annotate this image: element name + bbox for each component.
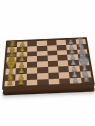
piece-bR-h8: ♜	[82, 76, 91, 85]
square-h6	[59, 78, 70, 85]
chess-board-box: ♜♟♟♜♞♟♟♞♝♟♟♝♛♟♟♛♚♟♟♚♝♟♟♝♞♟♟♞♜♟♟♜	[2, 37, 95, 90]
board-perspective-wrapper: ♜♟♟♜♞♟♟♞♝♟♟♝♛♟♟♛♚♟♟♚♝♟♟♝♞♟♟♞♜♟♟♜	[1, 37, 95, 96]
board-grid: ♜♟♟♜♞♟♟♞♝♟♟♝♛♟♟♛♚♟♟♚♝♟♟♝♞♟♟♞♜♟♟♜	[4, 39, 92, 87]
square-h3	[26, 79, 37, 86]
square-h4	[37, 79, 48, 86]
square-h5	[48, 78, 59, 85]
piece-wP-h2: ♟	[17, 80, 24, 88]
square-h1: ♜	[4, 80, 15, 87]
piece-bP-h7: ♟	[72, 77, 79, 85]
product-photo: ♜♟♟♜♞♟♟♞♝♟♟♝♛♟♟♛♚♟♟♚♝♟♟♝♞♟♟♞♜♟♟♜	[0, 0, 95, 126]
square-h2: ♟	[15, 80, 26, 87]
square-h8: ♜	[81, 77, 93, 84]
square-h7: ♟	[70, 77, 82, 84]
piece-wR-h1: ♜	[6, 79, 14, 88]
board-tilt-wrapper: ♜♟♟♜♞♟♟♞♝♟♟♝♛♟♟♛♚♟♟♚♝♟♟♝♞♟♟♞♜♟♟♜	[3, 34, 92, 94]
